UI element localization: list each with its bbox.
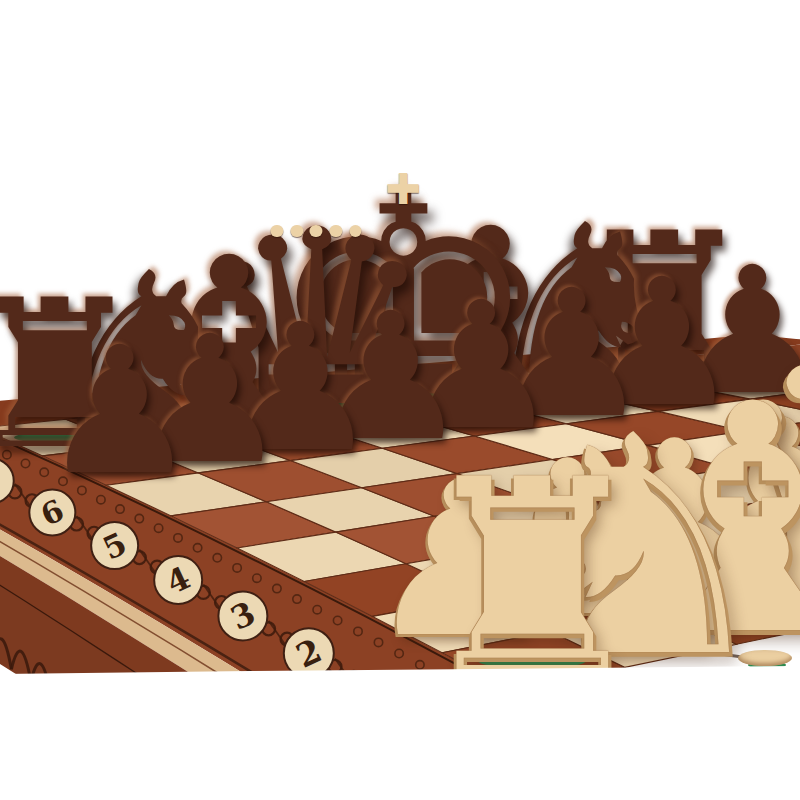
pieces-layer: ♜♞♝♚✚♛♝♞♜♟♟♟♟♟♟♟♟♟♟♟♟♟♛♝♞♜ xyxy=(0,0,800,800)
piece-white-rook-a1[interactable]: ♜ xyxy=(398,445,668,715)
piece-black-pawn-a7[interactable]: ♟ xyxy=(32,324,208,500)
black-pawn-glyph: ♟ xyxy=(32,324,208,500)
white-rook-glyph: ♜ xyxy=(398,445,668,715)
product-photo-stage: 65432 ♜♞♝♚✚♛♝♞♜♟♟♟♟♟♟♟♟♟♟♟♟♟♛♝♞♜ xyxy=(0,0,800,800)
